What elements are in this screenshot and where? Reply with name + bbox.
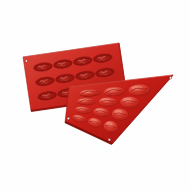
product-photo — [0, 0, 190, 190]
hanging-hole — [67, 117, 70, 120]
hanging-hole — [25, 60, 28, 63]
bump-oval — [120, 96, 140, 108]
hanging-hole — [169, 77, 172, 80]
bump-oval — [98, 97, 118, 107]
product-photo-canvas — [0, 0, 190, 190]
hanging-hole — [108, 139, 111, 142]
